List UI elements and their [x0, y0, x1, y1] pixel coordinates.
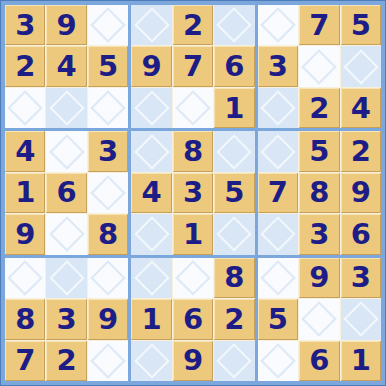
cell-r3c7[interactable] — [258, 88, 298, 128]
cell-digit: 2 — [224, 305, 244, 334]
cell-r9c7[interactable] — [258, 341, 298, 381]
cell-r2c6: 6 — [214, 46, 254, 86]
cell-r2c8[interactable] — [299, 46, 339, 86]
cell-digit: 5 — [98, 52, 118, 81]
cell-digit: 3 — [15, 11, 35, 40]
cell-r2c4: 9 — [131, 46, 171, 86]
cell-digit: 5 — [351, 11, 371, 40]
diamond-icon — [49, 90, 84, 125]
diamond-icon — [7, 260, 42, 295]
cell-r6c8: 3 — [299, 214, 339, 254]
cell-r3c4[interactable] — [131, 88, 171, 128]
cell-digit: 4 — [351, 94, 371, 123]
cell-r9c4[interactable] — [131, 341, 171, 381]
cell-digit: 9 — [15, 220, 35, 249]
cell-digit: 9 — [351, 178, 371, 207]
cell-digit: 8 — [309, 178, 329, 207]
cell-digit: 2 — [57, 346, 77, 375]
diamond-icon — [90, 7, 125, 42]
cell-digit: 5 — [224, 178, 244, 207]
cell-digit: 9 — [57, 11, 77, 40]
cell-r6c9: 6 — [341, 214, 381, 254]
cell-r1c3[interactable] — [88, 5, 128, 45]
cell-digit: 3 — [98, 137, 118, 166]
cell-r3c1[interactable] — [5, 88, 45, 128]
sudoku-grid: 3927524597631244385216435789981368938391… — [5, 5, 381, 381]
diamond-icon — [134, 7, 169, 42]
diamond-icon — [90, 343, 125, 378]
cell-r9c2: 2 — [46, 341, 86, 381]
cell-digit: 6 — [309, 346, 329, 375]
diamond-icon — [7, 90, 42, 125]
cell-r4c7[interactable] — [258, 131, 298, 171]
cell-digit: 1 — [15, 178, 35, 207]
cell-r4c5: 8 — [173, 131, 213, 171]
cell-digit: 9 — [98, 305, 118, 334]
cell-r4c1: 4 — [5, 131, 45, 171]
diamond-icon — [260, 134, 295, 169]
cell-digit: 8 — [98, 220, 118, 249]
cell-digit: 9 — [141, 52, 161, 81]
cell-digit: 6 — [224, 52, 244, 81]
cell-digit: 8 — [183, 137, 203, 166]
cell-r1c7[interactable] — [258, 5, 298, 45]
cell-r1c2: 9 — [46, 5, 86, 45]
diamond-icon — [260, 260, 295, 295]
cell-r4c6[interactable] — [214, 131, 254, 171]
cell-r5c5: 3 — [173, 173, 213, 213]
cell-r2c1: 2 — [5, 46, 45, 86]
cell-r9c3[interactable] — [88, 341, 128, 381]
cell-digit: 7 — [15, 346, 35, 375]
diamond-icon — [175, 260, 210, 295]
diamond-icon — [49, 134, 84, 169]
cell-r2c2: 4 — [46, 46, 86, 86]
cell-r8c9[interactable] — [341, 299, 381, 339]
cell-digit: 6 — [183, 305, 203, 334]
cell-r1c9: 5 — [341, 5, 381, 45]
cell-digit: 7 — [183, 52, 203, 81]
cell-r4c8: 5 — [299, 131, 339, 171]
diamond-icon — [217, 7, 252, 42]
cell-digit: 3 — [183, 178, 203, 207]
cell-digit: 8 — [224, 263, 244, 292]
cell-r3c8: 2 — [299, 88, 339, 128]
cell-r4c2[interactable] — [46, 131, 86, 171]
cell-r9c9: 1 — [341, 341, 381, 381]
cell-digit: 3 — [57, 305, 77, 334]
cell-r3c5[interactable] — [173, 88, 213, 128]
cell-r3c6: 1 — [214, 88, 254, 128]
cell-digit: 3 — [268, 52, 288, 81]
cell-r2c7: 3 — [258, 46, 298, 86]
cell-digit: 6 — [351, 220, 371, 249]
cell-r8c1: 8 — [5, 299, 45, 339]
cell-r2c5: 7 — [173, 46, 213, 86]
diamond-icon — [217, 343, 252, 378]
diamond-icon — [175, 90, 210, 125]
cell-digit: 1 — [351, 346, 371, 375]
cell-digit: 7 — [309, 11, 329, 40]
cell-r8c8[interactable] — [299, 299, 339, 339]
cell-r4c3: 3 — [88, 131, 128, 171]
diamond-icon — [134, 260, 169, 295]
diamond-icon — [134, 217, 169, 252]
cell-r2c3: 5 — [88, 46, 128, 86]
cell-r5c3[interactable] — [88, 173, 128, 213]
cell-digit: 2 — [183, 11, 203, 40]
cell-r5c9: 9 — [341, 173, 381, 213]
cell-r6c3: 8 — [88, 214, 128, 254]
diamond-icon — [302, 49, 337, 84]
diamond-icon — [260, 7, 295, 42]
cell-r8c5: 6 — [173, 299, 213, 339]
cell-r7c4[interactable] — [131, 258, 171, 298]
cell-r7c3[interactable] — [88, 258, 128, 298]
cell-r6c4[interactable] — [131, 214, 171, 254]
cell-digit: 9 — [183, 346, 203, 375]
diamond-icon — [134, 134, 169, 169]
cell-r6c2[interactable] — [46, 214, 86, 254]
cell-r8c4: 1 — [131, 299, 171, 339]
cell-r3c3[interactable] — [88, 88, 128, 128]
cell-r8c3: 9 — [88, 299, 128, 339]
cell-r1c5: 2 — [173, 5, 213, 45]
diamond-icon — [260, 343, 295, 378]
diamond-icon — [217, 217, 252, 252]
cell-r5c2: 6 — [46, 173, 86, 213]
cell-digit: 3 — [309, 220, 329, 249]
sudoku-board: 3927524597631244385216435789981368938391… — [0, 0, 386, 386]
cell-r8c6: 2 — [214, 299, 254, 339]
diamond-icon — [343, 49, 378, 84]
cell-r2c9[interactable] — [341, 46, 381, 86]
cell-r1c1: 3 — [5, 5, 45, 45]
cell-r8c2: 3 — [46, 299, 86, 339]
diamond-icon — [134, 343, 169, 378]
diamond-icon — [302, 302, 337, 337]
diamond-icon — [134, 90, 169, 125]
cell-digit: 3 — [351, 263, 371, 292]
cell-r5c1: 1 — [5, 173, 45, 213]
cell-r9c1: 7 — [5, 341, 45, 381]
diamond-icon — [90, 175, 125, 210]
cell-r6c5: 1 — [173, 214, 213, 254]
cell-r7c9: 3 — [341, 258, 381, 298]
cell-r9c8: 6 — [299, 341, 339, 381]
cell-digit: 9 — [309, 263, 329, 292]
cell-r4c4[interactable] — [131, 131, 171, 171]
cell-r9c5: 9 — [173, 341, 213, 381]
cell-r5c6: 5 — [214, 173, 254, 213]
cell-digit: 4 — [141, 178, 161, 207]
diamond-icon — [260, 90, 295, 125]
cell-digit: 1 — [224, 94, 244, 123]
diamond-icon — [343, 302, 378, 337]
diamond-icon — [217, 134, 252, 169]
cell-digit: 5 — [268, 305, 288, 334]
cell-r7c7[interactable] — [258, 258, 298, 298]
cell-r6c6[interactable] — [214, 214, 254, 254]
cell-r6c7[interactable] — [258, 214, 298, 254]
cell-digit: 6 — [57, 178, 77, 207]
cell-digit: 2 — [15, 52, 35, 81]
cell-r3c9: 4 — [341, 88, 381, 128]
diamond-icon — [49, 260, 84, 295]
cell-r9c6[interactable] — [214, 341, 254, 381]
cell-r5c7: 7 — [258, 173, 298, 213]
cell-r7c5[interactable] — [173, 258, 213, 298]
cell-r3c2[interactable] — [46, 88, 86, 128]
cell-digit: 1 — [141, 305, 161, 334]
cell-r8c7: 5 — [258, 299, 298, 339]
cell-r5c8: 8 — [299, 173, 339, 213]
diamond-icon — [49, 217, 84, 252]
cell-r5c4: 4 — [131, 173, 171, 213]
cell-r1c6[interactable] — [214, 5, 254, 45]
cell-r7c6: 8 — [214, 258, 254, 298]
cell-r4c9: 2 — [341, 131, 381, 171]
cell-digit: 2 — [309, 94, 329, 123]
cell-digit: 4 — [57, 52, 77, 81]
cell-r1c8: 7 — [299, 5, 339, 45]
cell-digit: 7 — [268, 178, 288, 207]
diamond-icon — [90, 260, 125, 295]
cell-r7c1[interactable] — [5, 258, 45, 298]
cell-digit: 8 — [15, 305, 35, 334]
cell-r6c1: 9 — [5, 214, 45, 254]
diamond-icon — [260, 217, 295, 252]
cell-digit: 1 — [183, 220, 203, 249]
cell-r7c8: 9 — [299, 258, 339, 298]
cell-digit: 4 — [15, 137, 35, 166]
cell-r7c2[interactable] — [46, 258, 86, 298]
cell-digit: 5 — [309, 137, 329, 166]
cell-digit: 2 — [351, 137, 371, 166]
cell-r1c4[interactable] — [131, 5, 171, 45]
diamond-icon — [90, 90, 125, 125]
